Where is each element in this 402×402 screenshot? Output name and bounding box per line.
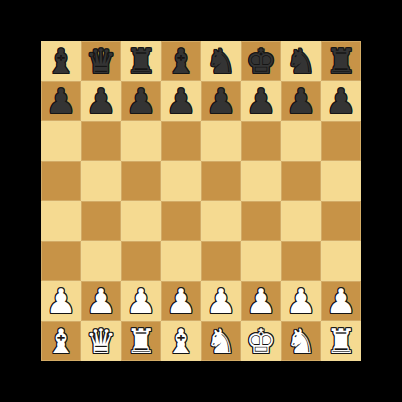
square-c3[interactable] xyxy=(121,241,161,281)
square-e8[interactable]: ♞ xyxy=(201,41,241,81)
square-c7[interactable]: ♟ xyxy=(121,81,161,121)
square-a3[interactable] xyxy=(41,241,81,281)
square-e5[interactable] xyxy=(201,161,241,201)
black-queen: ♛ xyxy=(86,41,116,81)
white-queen: ♛ xyxy=(86,321,116,361)
square-e1[interactable]: ♞ xyxy=(201,321,241,361)
black-bishop: ♝ xyxy=(166,41,196,81)
white-knight: ♞ xyxy=(286,321,316,361)
square-f4[interactable] xyxy=(241,201,281,241)
square-a6[interactable] xyxy=(41,121,81,161)
white-pawn: ♟ xyxy=(86,281,116,321)
square-a7[interactable]: ♟ xyxy=(41,81,81,121)
square-h2[interactable]: ♟ xyxy=(321,281,361,321)
page-background: ♝♛♜♝♞♚♞♜♟♟♟♟♟♟♟♟♟♟♟♟♟♟♟♟♝♛♜♝♞♚♞♜ xyxy=(0,0,402,402)
white-bishop: ♝ xyxy=(166,321,196,361)
square-h6[interactable] xyxy=(321,121,361,161)
square-b4[interactable] xyxy=(81,201,121,241)
square-g4[interactable] xyxy=(281,201,321,241)
square-h3[interactable] xyxy=(321,241,361,281)
square-e6[interactable] xyxy=(201,121,241,161)
square-d8[interactable]: ♝ xyxy=(161,41,201,81)
white-knight: ♞ xyxy=(206,321,236,361)
square-g1[interactable]: ♞ xyxy=(281,321,321,361)
white-pawn: ♟ xyxy=(246,281,276,321)
square-g2[interactable]: ♟ xyxy=(281,281,321,321)
square-c6[interactable] xyxy=(121,121,161,161)
square-a4[interactable] xyxy=(41,201,81,241)
square-c8[interactable]: ♜ xyxy=(121,41,161,81)
square-b1[interactable]: ♛ xyxy=(81,321,121,361)
square-c5[interactable] xyxy=(121,161,161,201)
black-pawn: ♟ xyxy=(126,81,156,121)
square-c4[interactable] xyxy=(121,201,161,241)
square-d5[interactable] xyxy=(161,161,201,201)
square-h8[interactable]: ♜ xyxy=(321,41,361,81)
black-rook: ♜ xyxy=(326,41,356,81)
square-d7[interactable]: ♟ xyxy=(161,81,201,121)
square-f3[interactable] xyxy=(241,241,281,281)
black-knight: ♞ xyxy=(206,41,236,81)
square-g8[interactable]: ♞ xyxy=(281,41,321,81)
square-h4[interactable] xyxy=(321,201,361,241)
square-f8[interactable]: ♚ xyxy=(241,41,281,81)
square-f2[interactable]: ♟ xyxy=(241,281,281,321)
black-pawn: ♟ xyxy=(246,81,276,121)
square-g5[interactable] xyxy=(281,161,321,201)
white-king: ♚ xyxy=(246,321,276,361)
square-b3[interactable] xyxy=(81,241,121,281)
square-a8[interactable]: ♝ xyxy=(41,41,81,81)
square-h7[interactable]: ♟ xyxy=(321,81,361,121)
chess-board: ♝♛♜♝♞♚♞♜♟♟♟♟♟♟♟♟♟♟♟♟♟♟♟♟♝♛♜♝♞♚♞♜ xyxy=(41,41,361,361)
square-f1[interactable]: ♚ xyxy=(241,321,281,361)
square-d2[interactable]: ♟ xyxy=(161,281,201,321)
square-g3[interactable] xyxy=(281,241,321,281)
white-pawn: ♟ xyxy=(166,281,196,321)
square-d1[interactable]: ♝ xyxy=(161,321,201,361)
square-f7[interactable]: ♟ xyxy=(241,81,281,121)
black-pawn: ♟ xyxy=(286,81,316,121)
square-f5[interactable] xyxy=(241,161,281,201)
square-f6[interactable] xyxy=(241,121,281,161)
square-c2[interactable]: ♟ xyxy=(121,281,161,321)
square-e7[interactable]: ♟ xyxy=(201,81,241,121)
white-bishop: ♝ xyxy=(46,321,76,361)
black-rook: ♜ xyxy=(126,41,156,81)
square-d6[interactable] xyxy=(161,121,201,161)
black-pawn: ♟ xyxy=(86,81,116,121)
white-pawn: ♟ xyxy=(286,281,316,321)
square-b5[interactable] xyxy=(81,161,121,201)
white-rook: ♜ xyxy=(326,321,356,361)
white-pawn: ♟ xyxy=(206,281,236,321)
square-b6[interactable] xyxy=(81,121,121,161)
square-h1[interactable]: ♜ xyxy=(321,321,361,361)
square-b7[interactable]: ♟ xyxy=(81,81,121,121)
black-king: ♚ xyxy=(246,41,276,81)
white-rook: ♜ xyxy=(126,321,156,361)
white-pawn: ♟ xyxy=(46,281,76,321)
square-h5[interactable] xyxy=(321,161,361,201)
black-pawn: ♟ xyxy=(326,81,356,121)
square-d4[interactable] xyxy=(161,201,201,241)
square-a5[interactable] xyxy=(41,161,81,201)
black-knight: ♞ xyxy=(286,41,316,81)
square-e2[interactable]: ♟ xyxy=(201,281,241,321)
square-d3[interactable] xyxy=(161,241,201,281)
square-g6[interactable] xyxy=(281,121,321,161)
square-a2[interactable]: ♟ xyxy=(41,281,81,321)
square-e3[interactable] xyxy=(201,241,241,281)
square-b2[interactable]: ♟ xyxy=(81,281,121,321)
white-pawn: ♟ xyxy=(326,281,356,321)
square-b8[interactable]: ♛ xyxy=(81,41,121,81)
black-pawn: ♟ xyxy=(206,81,236,121)
white-pawn: ♟ xyxy=(126,281,156,321)
black-bishop: ♝ xyxy=(46,41,76,81)
square-e4[interactable] xyxy=(201,201,241,241)
square-g7[interactable]: ♟ xyxy=(281,81,321,121)
black-pawn: ♟ xyxy=(166,81,196,121)
black-pawn: ♟ xyxy=(46,81,76,121)
square-a1[interactable]: ♝ xyxy=(41,321,81,361)
square-c1[interactable]: ♜ xyxy=(121,321,161,361)
